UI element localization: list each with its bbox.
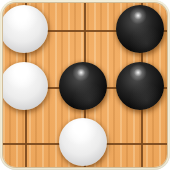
stone-black[interactable] xyxy=(116,5,164,53)
goban[interactable] xyxy=(3,3,167,167)
stone-black[interactable] xyxy=(116,62,164,110)
icon-border xyxy=(0,0,170,170)
stone-white[interactable] xyxy=(3,5,48,53)
go-board-icon xyxy=(0,0,170,170)
stone-white[interactable] xyxy=(3,62,48,110)
stone-black[interactable] xyxy=(59,62,107,110)
stone-white[interactable] xyxy=(59,118,107,166)
